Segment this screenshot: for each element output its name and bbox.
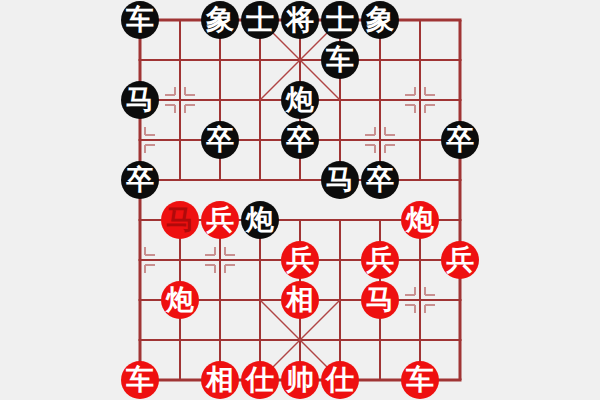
piece-red-cannon[interactable]: 炮 [401, 201, 439, 239]
piece-red-soldier[interactable]: 兵 [361, 241, 399, 279]
piece-black-soldier[interactable]: 卒 [281, 121, 319, 159]
piece-black-cannon[interactable]: 炮 [241, 201, 279, 239]
piece-red-general[interactable]: 帅 [281, 361, 319, 399]
piece-black-advisor[interactable]: 士 [241, 1, 279, 39]
piece-red-chariot[interactable]: 车 [401, 361, 439, 399]
piece-black-soldier[interactable]: 卒 [121, 161, 159, 199]
xiangqi-board[interactable]: 车象士将士象车马炮卒卒卒卒马卒炮马兵炮兵兵兵炮相马车相仕帅仕车 [0, 0, 600, 400]
piece-red-cannon[interactable]: 炮 [161, 281, 199, 319]
piece-red-chariot[interactable]: 车 [121, 361, 159, 399]
piece-black-general[interactable]: 将 [281, 1, 319, 39]
piece-black-elephant[interactable]: 象 [201, 1, 239, 39]
piece-black-soldier[interactable]: 卒 [441, 121, 479, 159]
piece-black-elephant[interactable]: 象 [361, 1, 399, 39]
piece-red-horse[interactable]: 马 [361, 281, 399, 319]
piece-red-soldier[interactable]: 兵 [441, 241, 479, 279]
piece-red-advisor[interactable]: 仕 [241, 361, 279, 399]
piece-red-elephant[interactable]: 相 [281, 281, 319, 319]
piece-black-horse[interactable]: 马 [321, 161, 359, 199]
piece-black-chariot[interactable]: 车 [321, 41, 359, 79]
piece-red-horse[interactable]: 马 [161, 201, 199, 239]
piece-red-advisor[interactable]: 仕 [321, 361, 359, 399]
piece-red-elephant[interactable]: 相 [201, 361, 239, 399]
piece-black-chariot[interactable]: 车 [121, 1, 159, 39]
piece-black-soldier[interactable]: 卒 [361, 161, 399, 199]
piece-black-advisor[interactable]: 士 [321, 1, 359, 39]
piece-layer: 车象士将士象车马炮卒卒卒卒马卒炮马兵炮兵兵兵炮相马车相仕帅仕车 [120, 0, 480, 400]
piece-black-cannon[interactable]: 炮 [281, 81, 319, 119]
piece-red-soldier[interactable]: 兵 [201, 201, 239, 239]
piece-red-soldier[interactable]: 兵 [281, 241, 319, 279]
piece-black-soldier[interactable]: 卒 [201, 121, 239, 159]
piece-black-horse[interactable]: 马 [121, 81, 159, 119]
